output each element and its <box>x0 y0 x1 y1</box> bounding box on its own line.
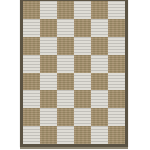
board-cell <box>23 55 40 73</box>
rug-bottom-edge <box>20 147 128 149</box>
board-cell <box>40 37 57 55</box>
board-cell <box>74 90 91 108</box>
board-cell <box>91 1 108 19</box>
board-cell <box>108 19 125 37</box>
board-cell <box>108 55 125 73</box>
board-cell <box>74 55 91 73</box>
board-cell <box>40 55 57 73</box>
board-cell <box>108 108 125 126</box>
board-cell <box>57 37 74 55</box>
board-cell <box>91 73 108 91</box>
photo-background <box>0 0 150 150</box>
board-cell <box>23 108 40 126</box>
board-cell <box>40 90 57 108</box>
board-cell <box>74 37 91 55</box>
board-cell <box>40 1 57 19</box>
board-cell <box>108 37 125 55</box>
board-cell <box>74 1 91 19</box>
board-cell <box>23 73 40 91</box>
board-cell <box>40 108 57 126</box>
board-cell <box>108 90 125 108</box>
board-cell <box>23 90 40 108</box>
board-cell <box>57 1 74 19</box>
board-cell <box>57 19 74 37</box>
board-cell <box>23 126 40 144</box>
board-cell <box>91 126 108 144</box>
board-cell <box>57 55 74 73</box>
board-cell <box>108 126 125 144</box>
board-cell <box>91 37 108 55</box>
board-cell <box>74 126 91 144</box>
board-cell <box>40 73 57 91</box>
board-cell <box>57 108 74 126</box>
board-cell <box>74 73 91 91</box>
board-cell <box>57 73 74 91</box>
board-cell <box>108 73 125 91</box>
board-cell <box>91 19 108 37</box>
board-cell <box>91 108 108 126</box>
board-cell <box>23 19 40 37</box>
board-cell <box>74 108 91 126</box>
board-cell <box>57 90 74 108</box>
board-cell <box>108 1 125 19</box>
board-cell <box>40 126 57 144</box>
board-cell <box>40 19 57 37</box>
board-cell <box>91 90 108 108</box>
rug <box>20 0 128 147</box>
board-cell <box>57 126 74 144</box>
board-cell <box>74 19 91 37</box>
board-cell <box>23 1 40 19</box>
board <box>23 1 125 144</box>
board-cell <box>91 55 108 73</box>
board-cell <box>23 37 40 55</box>
